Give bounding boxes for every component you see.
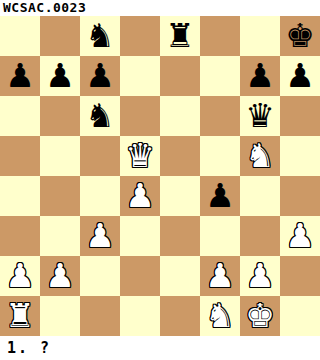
square-e4[interactable]: [160, 176, 200, 216]
square-h4[interactable]: [280, 176, 320, 216]
square-e2[interactable]: [160, 256, 200, 296]
white-pawn: ♟: [5, 256, 35, 296]
square-g6[interactable]: ♛: [240, 96, 280, 136]
black-knight: ♞: [85, 16, 115, 56]
square-c8[interactable]: ♞: [80, 16, 120, 56]
square-f3[interactable]: [200, 216, 240, 256]
square-b5[interactable]: [40, 136, 80, 176]
square-b3[interactable]: [40, 216, 80, 256]
square-f2[interactable]: ♟: [200, 256, 240, 296]
square-d7[interactable]: [120, 56, 160, 96]
square-d8[interactable]: [120, 16, 160, 56]
square-d3[interactable]: [120, 216, 160, 256]
white-queen: ♛: [125, 136, 155, 176]
square-c5[interactable]: [80, 136, 120, 176]
square-c2[interactable]: [80, 256, 120, 296]
square-h5[interactable]: [280, 136, 320, 176]
square-e7[interactable]: [160, 56, 200, 96]
white-knight: ♞: [205, 296, 235, 336]
black-pawn: ♟: [285, 56, 315, 96]
black-pawn: ♟: [45, 56, 75, 96]
square-g5[interactable]: ♞: [240, 136, 280, 176]
square-a2[interactable]: ♟: [0, 256, 40, 296]
square-a3[interactable]: [0, 216, 40, 256]
black-knight: ♞: [85, 96, 115, 136]
square-c6[interactable]: ♞: [80, 96, 120, 136]
square-d1[interactable]: [120, 296, 160, 336]
square-e5[interactable]: [160, 136, 200, 176]
black-pawn: ♟: [85, 56, 115, 96]
square-g1[interactable]: ♚: [240, 296, 280, 336]
square-a6[interactable]: [0, 96, 40, 136]
square-h7[interactable]: ♟: [280, 56, 320, 96]
square-f1[interactable]: ♞: [200, 296, 240, 336]
square-c4[interactable]: [80, 176, 120, 216]
square-d6[interactable]: [120, 96, 160, 136]
square-h1[interactable]: [280, 296, 320, 336]
square-d5[interactable]: ♛: [120, 136, 160, 176]
square-g3[interactable]: [240, 216, 280, 256]
square-g4[interactable]: [240, 176, 280, 216]
square-f7[interactable]: [200, 56, 240, 96]
square-e6[interactable]: [160, 96, 200, 136]
white-knight: ♞: [245, 136, 275, 176]
white-king: ♚: [245, 296, 275, 336]
square-b2[interactable]: ♟: [40, 256, 80, 296]
square-f8[interactable]: [200, 16, 240, 56]
black-queen: ♛: [245, 96, 275, 136]
black-pawn: ♟: [245, 56, 275, 96]
square-a8[interactable]: [0, 16, 40, 56]
square-e1[interactable]: [160, 296, 200, 336]
white-pawn: ♟: [125, 176, 155, 216]
square-d4[interactable]: ♟: [120, 176, 160, 216]
chess-board: ♞♜♚♟♟♟♟♟♞♛♛♞♟♟♟♟♟♟♟♟♜♞♚: [0, 16, 320, 336]
black-king: ♚: [285, 16, 315, 56]
diagram-title: WCSAC.0023: [0, 0, 320, 16]
square-e8[interactable]: ♜: [160, 16, 200, 56]
square-b1[interactable]: [40, 296, 80, 336]
square-f6[interactable]: [200, 96, 240, 136]
chess-diagram: WCSAC.0023 ♞♜♚♟♟♟♟♟♞♛♛♞♟♟♟♟♟♟♟♟♜♞♚ 1. ?: [0, 0, 320, 360]
move-prompt: 1. ?: [0, 336, 320, 360]
white-pawn: ♟: [285, 216, 315, 256]
black-pawn: ♟: [205, 176, 235, 216]
white-rook: ♜: [5, 296, 35, 336]
square-f5[interactable]: [200, 136, 240, 176]
square-a1[interactable]: ♜: [0, 296, 40, 336]
white-pawn: ♟: [85, 216, 115, 256]
square-f4[interactable]: ♟: [200, 176, 240, 216]
square-c7[interactable]: ♟: [80, 56, 120, 96]
square-a7[interactable]: ♟: [0, 56, 40, 96]
white-pawn: ♟: [205, 256, 235, 296]
black-rook: ♜: [165, 16, 195, 56]
square-c3[interactable]: ♟: [80, 216, 120, 256]
square-b7[interactable]: ♟: [40, 56, 80, 96]
square-h8[interactable]: ♚: [280, 16, 320, 56]
square-g2[interactable]: ♟: [240, 256, 280, 296]
square-a5[interactable]: [0, 136, 40, 176]
square-h3[interactable]: ♟: [280, 216, 320, 256]
white-pawn: ♟: [245, 256, 275, 296]
square-a4[interactable]: [0, 176, 40, 216]
black-pawn: ♟: [5, 56, 35, 96]
square-h6[interactable]: [280, 96, 320, 136]
square-c1[interactable]: [80, 296, 120, 336]
white-pawn: ♟: [45, 256, 75, 296]
square-d2[interactable]: [120, 256, 160, 296]
square-g7[interactable]: ♟: [240, 56, 280, 96]
square-b8[interactable]: [40, 16, 80, 56]
square-h2[interactable]: [280, 256, 320, 296]
square-e3[interactable]: [160, 216, 200, 256]
square-b4[interactable]: [40, 176, 80, 216]
square-b6[interactable]: [40, 96, 80, 136]
square-g8[interactable]: [240, 16, 280, 56]
